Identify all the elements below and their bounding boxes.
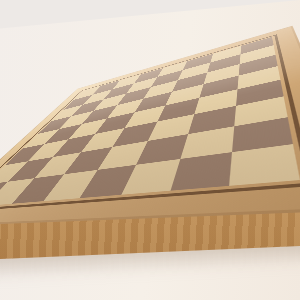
square-g1[interactable] (171, 152, 232, 191)
piece-dark-man-f2[interactable] (159, 139, 167, 158)
piece-light-man-g7[interactable] (223, 59, 225, 67)
piece-dark-man-h2[interactable] (260, 123, 261, 143)
piece-dark-man-e3[interactable] (132, 126, 140, 141)
square-h1[interactable] (229, 144, 300, 186)
piece-dark-man-g3[interactable] (211, 111, 214, 127)
board-plane (0, 37, 300, 208)
piece-light-man-e7[interactable] (165, 74, 169, 82)
piece-dark-man-c3[interactable] (69, 137, 81, 151)
scene (0, 0, 300, 300)
piece-light-man-f8[interactable] (197, 58, 200, 65)
piece-dark-man-d2[interactable] (83, 151, 95, 168)
